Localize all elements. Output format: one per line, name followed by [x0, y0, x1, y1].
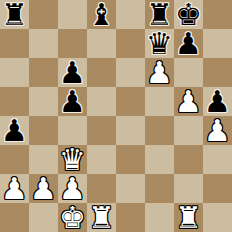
square-b7[interactable]: [29, 29, 58, 58]
square-g7[interactable]: ♟: [174, 29, 203, 58]
square-b3[interactable]: [29, 145, 58, 174]
square-e7[interactable]: [116, 29, 145, 58]
square-b2[interactable]: ♟: [29, 174, 58, 203]
square-g6[interactable]: [174, 58, 203, 87]
square-g3[interactable]: [174, 145, 203, 174]
piece-white-queen[interactable]: ♛: [59, 145, 86, 174]
square-b1[interactable]: [29, 203, 58, 232]
square-g4[interactable]: [174, 116, 203, 145]
chess-board: ♜♝♜♚♛♟♟♟♟♟♟♟♟♛♟♟♟♚♜♜: [0, 0, 232, 232]
square-f1[interactable]: [145, 203, 174, 232]
piece-black-pawn[interactable]: ♟: [1, 116, 28, 145]
piece-black-pawn[interactable]: ♟: [59, 87, 86, 116]
square-f3[interactable]: [145, 145, 174, 174]
square-a8[interactable]: ♜: [0, 0, 29, 29]
square-d4[interactable]: [87, 116, 116, 145]
square-h2[interactable]: [203, 174, 232, 203]
square-e1[interactable]: [116, 203, 145, 232]
square-e3[interactable]: [116, 145, 145, 174]
square-c2[interactable]: ♟: [58, 174, 87, 203]
piece-black-queen[interactable]: ♛: [146, 29, 173, 58]
square-h7[interactable]: [203, 29, 232, 58]
square-h8[interactable]: [203, 0, 232, 29]
square-a5[interactable]: [0, 87, 29, 116]
square-f7[interactable]: ♛: [145, 29, 174, 58]
piece-white-rook[interactable]: ♜: [175, 203, 202, 232]
square-g2[interactable]: [174, 174, 203, 203]
piece-black-king[interactable]: ♚: [175, 0, 202, 29]
square-f8[interactable]: ♜: [145, 0, 174, 29]
square-f6[interactable]: ♟: [145, 58, 174, 87]
piece-white-king[interactable]: ♚: [59, 203, 86, 232]
square-c5[interactable]: ♟: [58, 87, 87, 116]
piece-black-rook[interactable]: ♜: [1, 0, 28, 29]
square-f2[interactable]: [145, 174, 174, 203]
piece-white-pawn[interactable]: ♟: [30, 174, 57, 203]
piece-black-pawn[interactable]: ♟: [175, 29, 202, 58]
piece-black-pawn[interactable]: ♟: [204, 87, 231, 116]
square-b8[interactable]: [29, 0, 58, 29]
square-e2[interactable]: [116, 174, 145, 203]
square-h4[interactable]: ♟: [203, 116, 232, 145]
square-a2[interactable]: ♟: [0, 174, 29, 203]
piece-black-bishop[interactable]: ♝: [88, 0, 115, 29]
square-a4[interactable]: ♟: [0, 116, 29, 145]
square-e8[interactable]: [116, 0, 145, 29]
square-e4[interactable]: [116, 116, 145, 145]
square-a6[interactable]: [0, 58, 29, 87]
square-h1[interactable]: [203, 203, 232, 232]
square-c8[interactable]: [58, 0, 87, 29]
square-c1[interactable]: ♚: [58, 203, 87, 232]
square-d1[interactable]: ♜: [87, 203, 116, 232]
square-d8[interactable]: ♝: [87, 0, 116, 29]
square-d6[interactable]: [87, 58, 116, 87]
square-d2[interactable]: [87, 174, 116, 203]
piece-white-pawn[interactable]: ♟: [175, 87, 202, 116]
square-d7[interactable]: [87, 29, 116, 58]
square-c7[interactable]: [58, 29, 87, 58]
square-a7[interactable]: [0, 29, 29, 58]
square-d3[interactable]: [87, 145, 116, 174]
piece-black-rook[interactable]: ♜: [146, 0, 173, 29]
square-g8[interactable]: ♚: [174, 0, 203, 29]
square-d5[interactable]: [87, 87, 116, 116]
piece-white-pawn[interactable]: ♟: [204, 116, 231, 145]
square-e5[interactable]: [116, 87, 145, 116]
square-g5[interactable]: ♟: [174, 87, 203, 116]
square-h5[interactable]: ♟: [203, 87, 232, 116]
square-f5[interactable]: [145, 87, 174, 116]
square-g1[interactable]: ♜: [174, 203, 203, 232]
square-c6[interactable]: ♟: [58, 58, 87, 87]
piece-white-rook[interactable]: ♜: [88, 203, 115, 232]
piece-white-pawn[interactable]: ♟: [146, 58, 173, 87]
square-a1[interactable]: [0, 203, 29, 232]
piece-black-pawn[interactable]: ♟: [59, 58, 86, 87]
square-f4[interactable]: [145, 116, 174, 145]
piece-white-pawn[interactable]: ♟: [59, 174, 86, 203]
square-h3[interactable]: [203, 145, 232, 174]
square-b4[interactable]: [29, 116, 58, 145]
square-h6[interactable]: [203, 58, 232, 87]
square-c4[interactable]: [58, 116, 87, 145]
piece-white-pawn[interactable]: ♟: [1, 174, 28, 203]
square-a3[interactable]: [0, 145, 29, 174]
square-c3[interactable]: ♛: [58, 145, 87, 174]
square-b6[interactable]: [29, 58, 58, 87]
square-b5[interactable]: [29, 87, 58, 116]
square-e6[interactable]: [116, 58, 145, 87]
